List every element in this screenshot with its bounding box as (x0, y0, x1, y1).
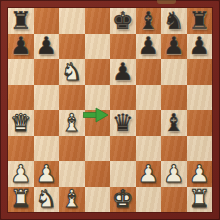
square-a4[interactable]: ♛ (8, 110, 34, 136)
piece-black-pawn[interactable]: ♟ (35, 34, 57, 58)
square-g8[interactable]: ♞ (161, 8, 187, 34)
piece-white-bishop[interactable]: ♝ (61, 111, 83, 135)
piece-black-bishop[interactable]: ♝ (163, 111, 185, 135)
square-g6[interactable] (161, 59, 187, 85)
square-b2[interactable]: ♟ (34, 161, 60, 187)
square-d1[interactable] (85, 187, 111, 213)
piece-black-pawn[interactable]: ♟ (112, 60, 134, 84)
square-a7[interactable]: ♟ (8, 34, 34, 60)
piece-black-pawn[interactable]: ♟ (188, 34, 210, 58)
square-f6[interactable] (136, 59, 162, 85)
square-b4[interactable] (34, 110, 60, 136)
square-d8[interactable] (85, 8, 111, 34)
square-f1[interactable] (136, 187, 162, 213)
square-f2[interactable]: ♟ (136, 161, 162, 187)
square-e3[interactable] (110, 136, 136, 162)
piece-white-knight[interactable]: ♞ (61, 60, 83, 84)
square-h7[interactable]: ♟ (187, 34, 213, 60)
square-d4[interactable] (85, 110, 111, 136)
square-a2[interactable]: ♟ (8, 161, 34, 187)
square-a6[interactable] (8, 59, 34, 85)
piece-black-queen[interactable]: ♛ (112, 111, 134, 135)
piece-white-rook[interactable]: ♜ (10, 187, 32, 211)
frame-smudge (157, 0, 176, 4)
piece-black-king[interactable]: ♚ (112, 9, 134, 33)
square-g7[interactable]: ♟ (161, 34, 187, 60)
square-a8[interactable]: ♜ (8, 8, 34, 34)
square-f3[interactable] (136, 136, 162, 162)
piece-white-pawn[interactable]: ♟ (188, 162, 210, 186)
piece-white-pawn[interactable]: ♟ (163, 162, 185, 186)
piece-black-knight[interactable]: ♞ (163, 9, 185, 33)
piece-black-bishop[interactable]: ♝ (137, 9, 159, 33)
square-b1[interactable]: ♞ (34, 187, 60, 213)
square-h3[interactable] (187, 136, 213, 162)
square-c8[interactable] (59, 8, 85, 34)
square-e5[interactable] (110, 85, 136, 111)
piece-white-queen[interactable]: ♛ (10, 111, 32, 135)
square-e4[interactable]: ♛ (110, 110, 136, 136)
square-d3[interactable] (85, 136, 111, 162)
square-f5[interactable] (136, 85, 162, 111)
square-e8[interactable]: ♚ (110, 8, 136, 34)
square-c4[interactable]: ♝ (59, 110, 85, 136)
square-b7[interactable]: ♟ (34, 34, 60, 60)
piece-white-pawn[interactable]: ♟ (137, 162, 159, 186)
square-e7[interactable] (110, 34, 136, 60)
piece-white-king[interactable]: ♚ (112, 187, 134, 211)
piece-black-pawn[interactable]: ♟ (163, 34, 185, 58)
square-a1[interactable]: ♜ (8, 187, 34, 213)
square-a3[interactable] (8, 136, 34, 162)
chess-board[interactable]: ♜♚♝♞♜♟♟♟♟♟♞♟♛♝♛♝♟♟♟♟♟♜♞♝♚♜ (8, 8, 212, 212)
square-e2[interactable] (110, 161, 136, 187)
square-f7[interactable]: ♟ (136, 34, 162, 60)
piece-white-rook[interactable]: ♜ (188, 187, 210, 211)
square-d2[interactable] (85, 161, 111, 187)
square-b6[interactable] (34, 59, 60, 85)
piece-black-pawn[interactable]: ♟ (137, 34, 159, 58)
square-g4[interactable]: ♝ (161, 110, 187, 136)
square-g3[interactable] (161, 136, 187, 162)
square-a5[interactable] (8, 85, 34, 111)
piece-black-rook[interactable]: ♜ (188, 9, 210, 33)
piece-black-pawn[interactable]: ♟ (10, 34, 32, 58)
piece-white-pawn[interactable]: ♟ (10, 162, 32, 186)
square-c1[interactable]: ♝ (59, 187, 85, 213)
square-c2[interactable] (59, 161, 85, 187)
square-b5[interactable] (34, 85, 60, 111)
piece-white-knight[interactable]: ♞ (35, 187, 57, 211)
square-f4[interactable] (136, 110, 162, 136)
square-d5[interactable] (85, 85, 111, 111)
square-h2[interactable]: ♟ (187, 161, 213, 187)
square-h4[interactable] (187, 110, 213, 136)
square-h8[interactable]: ♜ (187, 8, 213, 34)
square-b8[interactable] (34, 8, 60, 34)
square-g5[interactable] (161, 85, 187, 111)
square-d6[interactable] (85, 59, 111, 85)
square-g1[interactable] (161, 187, 187, 213)
board-frame: ♜♚♝♞♜♟♟♟♟♟♞♟♛♝♛♝♟♟♟♟♟♜♞♝♚♜ (0, 0, 220, 220)
square-e6[interactable]: ♟ (110, 59, 136, 85)
square-f8[interactable]: ♝ (136, 8, 162, 34)
square-h1[interactable]: ♜ (187, 187, 213, 213)
square-g2[interactable]: ♟ (161, 161, 187, 187)
square-e1[interactable]: ♚ (110, 187, 136, 213)
piece-black-rook[interactable]: ♜ (10, 9, 32, 33)
square-h6[interactable] (187, 59, 213, 85)
square-h5[interactable] (187, 85, 213, 111)
square-b3[interactable] (34, 136, 60, 162)
square-d7[interactable] (85, 34, 111, 60)
piece-white-bishop[interactable]: ♝ (61, 187, 83, 211)
square-c3[interactable] (59, 136, 85, 162)
square-c6[interactable]: ♞ (59, 59, 85, 85)
square-c5[interactable] (59, 85, 85, 111)
square-c7[interactable] (59, 34, 85, 60)
piece-white-pawn[interactable]: ♟ (35, 162, 57, 186)
